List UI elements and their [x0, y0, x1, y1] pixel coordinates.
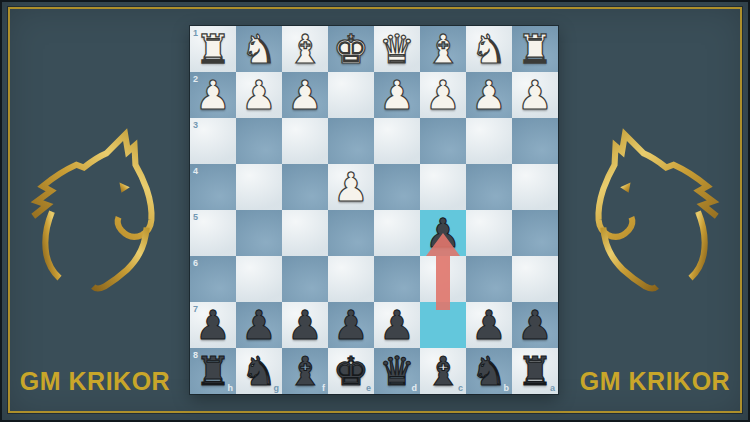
square-e6[interactable]	[328, 256, 374, 302]
square-c7[interactable]	[420, 302, 466, 348]
black-pawn-f7: ♟	[282, 302, 328, 348]
square-b1[interactable]: ♞	[466, 26, 512, 72]
white-bishop-c1: ♝	[420, 26, 466, 72]
square-f5[interactable]	[282, 210, 328, 256]
square-c2[interactable]: ♟	[420, 72, 466, 118]
horse-head-logo-icon	[578, 124, 728, 316]
square-a4[interactable]	[512, 164, 558, 210]
square-a7[interactable]: ♟	[512, 302, 558, 348]
white-pawn-f2: ♟	[282, 72, 328, 118]
square-d1[interactable]: ♛	[374, 26, 420, 72]
square-d2[interactable]: ♟	[374, 72, 420, 118]
square-e5[interactable]	[328, 210, 374, 256]
white-bishop-f1: ♝	[282, 26, 328, 72]
white-pawn-c2: ♟	[420, 72, 466, 118]
file-label-h: h	[228, 383, 234, 393]
white-knight-b1: ♞	[466, 26, 512, 72]
square-f7[interactable]: ♟	[282, 302, 328, 348]
square-f8[interactable]: f♝	[282, 348, 328, 394]
brand-label-right: GM KRIKOR	[560, 367, 750, 396]
square-e8[interactable]: e♚	[328, 348, 374, 394]
square-c3[interactable]	[420, 118, 466, 164]
square-d3[interactable]	[374, 118, 420, 164]
white-pawn-e4: ♟	[328, 164, 374, 210]
square-d8[interactable]: d♛	[374, 348, 420, 394]
white-pawn-b2: ♟	[466, 72, 512, 118]
thumbnail-stage: GM KRIKOR GM KRIKOR 1♜♞♝♚♛♝♞♜2♟♟♟♟♟♟♟34♟…	[0, 0, 750, 422]
square-h5[interactable]: 5	[190, 210, 236, 256]
square-a6[interactable]	[512, 256, 558, 302]
square-b5[interactable]	[466, 210, 512, 256]
square-e4[interactable]: ♟	[328, 164, 374, 210]
square-b6[interactable]	[466, 256, 512, 302]
file-label-c: c	[458, 383, 463, 393]
square-f4[interactable]	[282, 164, 328, 210]
file-label-a: a	[550, 383, 555, 393]
square-h7[interactable]: 7♟	[190, 302, 236, 348]
square-d5[interactable]	[374, 210, 420, 256]
square-c6[interactable]	[420, 256, 466, 302]
square-a8[interactable]: a♜	[512, 348, 558, 394]
rank-label-5: 5	[193, 212, 198, 222]
white-rook-a1: ♜	[512, 26, 558, 72]
square-c4[interactable]	[420, 164, 466, 210]
black-pawn-e7: ♟	[328, 302, 374, 348]
square-a5[interactable]	[512, 210, 558, 256]
rank-label-6: 6	[193, 258, 198, 268]
rank-label-2: 2	[193, 74, 198, 84]
square-a1[interactable]: ♜	[512, 26, 558, 72]
square-g6[interactable]	[236, 256, 282, 302]
right-branding-panel: GM KRIKOR	[560, 0, 750, 422]
square-b4[interactable]	[466, 164, 512, 210]
square-h3[interactable]: 3	[190, 118, 236, 164]
rank-label-7: 7	[193, 304, 198, 314]
white-knight-g1: ♞	[236, 26, 282, 72]
square-e7[interactable]: ♟	[328, 302, 374, 348]
square-a2[interactable]: ♟	[512, 72, 558, 118]
square-h4[interactable]: 4	[190, 164, 236, 210]
square-d7[interactable]: ♟	[374, 302, 420, 348]
file-label-b: b	[504, 383, 510, 393]
square-c1[interactable]: ♝	[420, 26, 466, 72]
square-a3[interactable]	[512, 118, 558, 164]
brand-label-left: GM KRIKOR	[0, 367, 190, 396]
white-pawn-d2: ♟	[374, 72, 420, 118]
black-pawn-b7: ♟	[466, 302, 512, 348]
square-h1[interactable]: 1♜	[190, 26, 236, 72]
square-e1[interactable]: ♚	[328, 26, 374, 72]
square-h6[interactable]: 6	[190, 256, 236, 302]
square-g4[interactable]	[236, 164, 282, 210]
square-h8[interactable]: 8h♜	[190, 348, 236, 394]
square-f2[interactable]: ♟	[282, 72, 328, 118]
rank-label-4: 4	[193, 166, 198, 176]
rank-label-3: 3	[193, 120, 198, 130]
file-label-g: g	[274, 383, 280, 393]
square-c5[interactable]: ♟	[420, 210, 466, 256]
white-pawn-g2: ♟	[236, 72, 282, 118]
square-g8[interactable]: g♞	[236, 348, 282, 394]
white-queen-d1: ♛	[374, 26, 420, 72]
square-e2[interactable]	[328, 72, 374, 118]
file-label-e: e	[366, 383, 371, 393]
file-label-f: f	[322, 383, 325, 393]
horse-head-logo-icon	[22, 124, 172, 316]
square-f1[interactable]: ♝	[282, 26, 328, 72]
square-h2[interactable]: 2♟	[190, 72, 236, 118]
square-b7[interactable]: ♟	[466, 302, 512, 348]
square-f6[interactable]	[282, 256, 328, 302]
white-king-e1: ♚	[328, 26, 374, 72]
square-b8[interactable]: b♞	[466, 348, 512, 394]
square-d6[interactable]	[374, 256, 420, 302]
chess-board: 1♜♞♝♚♛♝♞♜2♟♟♟♟♟♟♟34♟5♟67♟♟♟♟♟♟♟8h♜g♞f♝e♚…	[190, 26, 558, 394]
rank-label-1: 1	[193, 28, 198, 38]
square-g3[interactable]	[236, 118, 282, 164]
square-g2[interactable]: ♟	[236, 72, 282, 118]
white-pawn-a2: ♟	[512, 72, 558, 118]
square-d4[interactable]	[374, 164, 420, 210]
square-f3[interactable]	[282, 118, 328, 164]
square-g1[interactable]: ♞	[236, 26, 282, 72]
square-g5[interactable]	[236, 210, 282, 256]
square-b2[interactable]: ♟	[466, 72, 512, 118]
square-b3[interactable]	[466, 118, 512, 164]
left-branding-panel: GM KRIKOR	[0, 0, 190, 422]
black-pawn-c5: ♟	[420, 210, 466, 256]
square-c8[interactable]: c♝	[420, 348, 466, 394]
black-pawn-g7: ♟	[236, 302, 282, 348]
file-label-d: d	[412, 383, 418, 393]
square-g7[interactable]: ♟	[236, 302, 282, 348]
black-pawn-d7: ♟	[374, 302, 420, 348]
black-pawn-a7: ♟	[512, 302, 558, 348]
rank-label-8: 8	[193, 350, 198, 360]
square-e3[interactable]	[328, 118, 374, 164]
